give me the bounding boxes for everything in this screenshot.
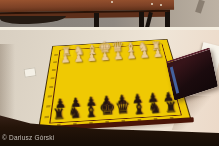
pavement-shadow-streak bbox=[195, 0, 205, 14]
white-pawn: ♟ bbox=[98, 51, 112, 63]
board-square bbox=[60, 50, 73, 58]
photographer-watermark: © Dariusz Górski bbox=[2, 134, 54, 141]
bench-screw bbox=[111, 1, 113, 3]
white-pawn: ♟ bbox=[111, 51, 125, 63]
chess-clock-area bbox=[169, 46, 219, 100]
black-queen: ♛ bbox=[115, 99, 132, 118]
bench-screw bbox=[160, 4, 162, 6]
table-shade bbox=[0, 44, 15, 122]
black-bishop: ♝ bbox=[83, 103, 100, 120]
black-bishop: ♝ bbox=[131, 100, 148, 117]
black-knight: ♞ bbox=[147, 100, 164, 116]
paper-scrap bbox=[23, 67, 36, 78]
clock-blue-stripe bbox=[170, 67, 179, 94]
black-king: ♚ bbox=[98, 99, 115, 119]
white-pawn: ♟ bbox=[138, 49, 152, 61]
chess-clock bbox=[166, 47, 218, 101]
white-pawn: ♟ bbox=[151, 48, 165, 60]
bench-screw bbox=[151, 3, 153, 5]
white-pawn: ♟ bbox=[85, 52, 99, 64]
white-pawn: ♟ bbox=[125, 50, 139, 62]
photo-scene: ♜♞♝♚♛♝♞♜♟♟♟♟♟♟♟♟♟♟♟♟♟♟♟♟♜♞♝♚♛♝♞♜ © Dariu… bbox=[0, 0, 219, 146]
black-rook: ♜ bbox=[51, 107, 68, 122]
black-knight: ♞ bbox=[67, 105, 84, 121]
black-rook: ♜ bbox=[163, 100, 180, 115]
chessboard-wrapper: ♜♞♝♚♛♝♞♜♟♟♟♟♟♟♟♟♟♟♟♟♟♟♟♟♜♞♝♚♛♝♞♜ bbox=[42, 8, 182, 146]
white-pawn: ♟ bbox=[72, 53, 86, 65]
